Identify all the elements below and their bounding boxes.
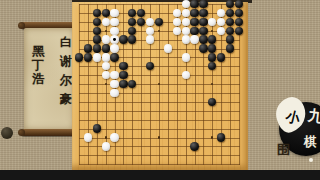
black-stone xyxy=(93,9,101,17)
last-move-marker xyxy=(113,38,116,41)
black-stone xyxy=(199,0,207,8)
star-point xyxy=(158,136,160,138)
black-player-column: 黑 丁 浩 xyxy=(32,45,44,85)
white-stone xyxy=(102,142,110,150)
black-stone xyxy=(199,18,207,26)
white-stone xyxy=(217,27,225,35)
black-stone xyxy=(226,0,234,8)
black-stone xyxy=(199,9,207,17)
white-stone xyxy=(182,53,190,61)
white-stone xyxy=(146,18,154,26)
black-stone xyxy=(190,9,198,17)
black-stone xyxy=(128,80,136,88)
black-stone xyxy=(190,18,198,26)
white-stone xyxy=(164,44,172,52)
black-stone xyxy=(93,44,101,52)
white-stone xyxy=(182,9,190,17)
black-stone xyxy=(190,0,198,8)
black-stone xyxy=(217,53,225,61)
black-stone xyxy=(84,53,92,61)
player-name-scroll: 白 谢 尔 豪 黑 丁 浩 xyxy=(24,22,74,136)
black-stone xyxy=(235,27,243,35)
grid-line-horizontal xyxy=(79,164,240,165)
black-stone xyxy=(217,133,225,141)
black-stone xyxy=(226,9,234,17)
black-stone xyxy=(102,44,110,52)
logo-char-jiu: 九 xyxy=(307,108,320,124)
black-stone xyxy=(128,18,136,26)
black-stone xyxy=(119,35,127,43)
black-stone xyxy=(84,44,92,52)
black-stone xyxy=(190,142,198,150)
white-stone xyxy=(93,53,101,61)
scroll-bottom-roller xyxy=(21,129,77,136)
white-stone xyxy=(182,27,190,35)
black-stone xyxy=(235,0,243,8)
black-name-char: 浩 xyxy=(32,73,44,85)
stone-bowl xyxy=(1,127,13,139)
white-player-column: 白 谢 尔 豪 xyxy=(60,36,72,105)
black-stone xyxy=(226,35,234,43)
logo-char-wei: 围 xyxy=(277,143,290,156)
white-stone xyxy=(217,18,225,26)
grid-line-vertical xyxy=(168,4,169,165)
black-stone xyxy=(155,18,163,26)
white-stone xyxy=(182,35,190,43)
grid-line-horizontal xyxy=(79,93,240,94)
white-stone xyxy=(217,9,225,17)
star-point xyxy=(105,30,107,32)
white-stone xyxy=(110,71,118,79)
black-stone xyxy=(119,80,127,88)
black-stone xyxy=(137,9,145,17)
black-stone xyxy=(199,27,207,35)
white-stone xyxy=(110,80,118,88)
black-stone xyxy=(208,53,216,61)
black-stone xyxy=(75,53,83,61)
white-stone xyxy=(110,133,118,141)
black-stone xyxy=(226,44,234,52)
black-stone xyxy=(93,35,101,43)
black-stone xyxy=(119,62,127,70)
black-stone xyxy=(128,35,136,43)
white-stone xyxy=(102,35,110,43)
black-stone xyxy=(208,98,216,106)
white-stone xyxy=(110,9,118,17)
white-stone xyxy=(182,18,190,26)
black-stone xyxy=(128,27,136,35)
black-stone xyxy=(226,27,234,35)
white-name-char: 豪 xyxy=(60,93,72,105)
go-board xyxy=(72,2,248,170)
black-stone xyxy=(190,27,198,35)
star-point xyxy=(105,83,107,85)
white-stone xyxy=(102,18,110,26)
black-stone xyxy=(199,35,207,43)
star-point xyxy=(158,30,160,32)
white-stone xyxy=(84,133,92,141)
logo-period-dot xyxy=(309,158,313,162)
white-label: 白 xyxy=(60,36,72,48)
black-stone xyxy=(137,18,145,26)
white-stone xyxy=(146,27,154,35)
white-stone xyxy=(208,18,216,26)
white-stone xyxy=(102,71,110,79)
black-stone xyxy=(235,9,243,17)
white-stone xyxy=(182,0,190,8)
star-point xyxy=(105,136,107,138)
white-stone xyxy=(110,27,118,35)
grid-line-horizontal xyxy=(79,129,240,130)
black-stone xyxy=(119,71,127,79)
black-stone xyxy=(208,62,216,70)
white-stone xyxy=(173,9,181,17)
white-stone xyxy=(102,62,110,70)
video-control-bar[interactable]: 00:15 08:09 xyxy=(0,170,320,180)
grid-line-horizontal xyxy=(79,111,240,112)
black-stone xyxy=(199,44,207,52)
black-stone xyxy=(110,53,118,61)
white-stone xyxy=(182,71,190,79)
white-stone xyxy=(110,18,118,26)
black-stone xyxy=(93,27,101,35)
black-label: 黑 xyxy=(32,45,44,57)
black-stone xyxy=(208,35,216,43)
black-stone xyxy=(93,18,101,26)
white-stone xyxy=(102,53,110,61)
black-stone xyxy=(146,62,154,70)
grid-line-horizontal xyxy=(79,155,240,156)
white-stone xyxy=(110,89,118,97)
grid-line-horizontal xyxy=(79,120,240,121)
black-stone xyxy=(226,18,234,26)
black-name-char: 丁 xyxy=(32,59,44,71)
black-stone xyxy=(128,9,136,17)
white-name-char: 谢 xyxy=(60,55,72,67)
black-stone xyxy=(93,124,101,132)
white-stone xyxy=(173,18,181,26)
white-stone xyxy=(146,35,154,43)
logo-char-qi: 棋 xyxy=(304,135,317,148)
white-stone xyxy=(173,27,181,35)
video-frame: 白 谢 尔 豪 黑 丁 浩 小 九 棋 围 00:15 08:09 xyxy=(0,0,320,180)
black-stone xyxy=(208,44,216,52)
white-stone xyxy=(110,35,118,43)
white-name-char: 尔 xyxy=(60,74,72,86)
black-stone xyxy=(102,9,110,17)
black-stone xyxy=(235,18,243,26)
white-stone xyxy=(190,35,198,43)
white-stone xyxy=(110,44,118,52)
